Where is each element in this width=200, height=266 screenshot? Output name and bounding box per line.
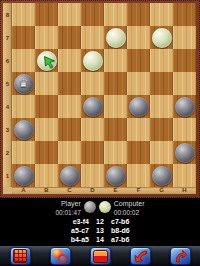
light-man-e7[interactable] — [106, 28, 126, 48]
square-a2[interactable] — [12, 141, 35, 164]
pieces-button[interactable] — [50, 247, 71, 265]
square-e8[interactable] — [104, 3, 127, 26]
square-e6[interactable] — [104, 49, 127, 72]
square-h7[interactable] — [173, 26, 196, 49]
square-h1[interactable] — [173, 164, 196, 187]
light-man-d6[interactable] — [83, 51, 103, 71]
move-player: a5-c7 — [47, 226, 89, 235]
curved-arrow-icon — [172, 248, 188, 264]
square-g3[interactable] — [150, 118, 173, 141]
player-piece-icon — [84, 201, 96, 213]
info-panel: Player 00:01:47 Computer 00:00:02 e3-f4 … — [0, 198, 200, 246]
square-f2[interactable] — [127, 141, 150, 164]
selection-cursor-icon — [43, 55, 57, 69]
square-d8[interactable] — [81, 3, 104, 26]
square-h8[interactable] — [173, 3, 196, 26]
square-h6[interactable] — [173, 49, 196, 72]
square-b4[interactable] — [35, 95, 58, 118]
dark-man-h2[interactable] — [175, 143, 195, 163]
square-a1[interactable] — [12, 164, 35, 187]
board-icon — [93, 250, 108, 263]
dark-king-a5[interactable]: ♛ — [14, 74, 34, 94]
square-c7[interactable] — [58, 26, 81, 49]
rank-label-1: 1 — [3, 164, 12, 187]
move-number: 14 — [89, 235, 111, 244]
file-label-e: E — [104, 187, 127, 194]
square-e2[interactable] — [104, 141, 127, 164]
board: ♛ — [12, 3, 196, 187]
toolbar — [0, 246, 200, 266]
rank-label-6: 6 — [3, 49, 12, 72]
square-b5[interactable] — [35, 72, 58, 95]
file-label-d: D — [81, 187, 104, 194]
grid-icon — [13, 249, 27, 263]
file-label-a: A — [12, 187, 35, 194]
square-b8[interactable] — [35, 3, 58, 26]
square-b3[interactable] — [35, 118, 58, 141]
dark-man-c1[interactable] — [60, 166, 80, 186]
rank-labels: 87654321 — [3, 3, 12, 187]
square-d6[interactable] — [81, 49, 104, 72]
rank-label-7: 7 — [3, 26, 12, 49]
square-f4[interactable] — [127, 95, 150, 118]
square-c3[interactable] — [58, 118, 81, 141]
square-f8[interactable] — [127, 3, 150, 26]
rank-label-4: 4 — [3, 95, 12, 118]
move-row: e3-f4 12 c7-b6 — [47, 217, 153, 226]
square-e3[interactable] — [104, 118, 127, 141]
move-computer: a7-b6 — [111, 235, 153, 244]
square-g6[interactable] — [150, 49, 173, 72]
move-player: e3-f4 — [47, 217, 89, 226]
square-g2[interactable] — [150, 141, 173, 164]
board-button[interactable] — [90, 247, 111, 265]
move-list: e3-f4 12 c7-b6 a5-c7 13 b8-d6 b4-a5 14 a… — [0, 217, 200, 244]
player-block: Player 00:01:47 — [55, 200, 80, 216]
square-g8[interactable] — [150, 3, 173, 26]
square-b7[interactable] — [35, 26, 58, 49]
file-label-b: B — [35, 187, 58, 194]
dark-man-g1[interactable] — [152, 166, 172, 186]
computer-label: Computer — [114, 200, 145, 208]
move-row: b4-a5 14 a7-b6 — [47, 235, 153, 244]
board-frame: 87654321 ABCDEFGH ♛ — [0, 0, 200, 198]
square-d1[interactable] — [81, 164, 104, 187]
dark-man-e1[interactable] — [106, 166, 126, 186]
coordinate-corner — [3, 187, 12, 194]
square-b1[interactable] — [35, 164, 58, 187]
square-a3[interactable] — [12, 118, 35, 141]
move-player: b4-a5 — [47, 235, 89, 244]
square-c8[interactable] — [58, 3, 81, 26]
file-label-g: G — [150, 187, 173, 194]
rank-label-2: 2 — [3, 141, 12, 164]
square-c2[interactable] — [58, 141, 81, 164]
square-d3[interactable] — [81, 118, 104, 141]
move-row: a5-c7 13 b8-d6 — [47, 226, 153, 235]
undo-button[interactable] — [170, 247, 191, 265]
dark-man-a3[interactable] — [14, 120, 34, 140]
square-f6[interactable] — [127, 49, 150, 72]
square-a4[interactable] — [12, 95, 35, 118]
move-number: 13 — [89, 226, 111, 235]
square-g5[interactable] — [150, 72, 173, 95]
computer-block: Computer 00:00:02 — [114, 200, 145, 216]
player-clock: 00:01:47 — [55, 209, 80, 216]
dark-man-f4[interactable] — [129, 97, 149, 117]
rank-label-8: 8 — [3, 3, 12, 26]
square-e4[interactable] — [104, 95, 127, 118]
square-a7[interactable] — [12, 26, 35, 49]
balls-icon — [53, 249, 67, 263]
square-c4[interactable] — [58, 95, 81, 118]
square-b2[interactable] — [35, 141, 58, 164]
dark-man-d4[interactable] — [83, 97, 103, 117]
player-label: Player — [61, 200, 81, 208]
square-h5[interactable] — [173, 72, 196, 95]
move-number: 12 — [89, 217, 111, 226]
square-d4[interactable] — [81, 95, 104, 118]
square-d5[interactable] — [81, 72, 104, 95]
king-crown-icon: ♛ — [14, 74, 34, 94]
hint-button[interactable] — [130, 247, 151, 265]
square-b6[interactable] — [35, 49, 58, 72]
score-row: Player 00:01:47 Computer 00:00:02 — [0, 198, 200, 216]
move-computer: b8-d6 — [111, 226, 153, 235]
dark-man-a1[interactable] — [14, 166, 34, 186]
square-g7[interactable] — [150, 26, 173, 49]
light-man-g7[interactable] — [152, 28, 172, 48]
computer-clock: 00:00:02 — [114, 209, 139, 216]
square-g4[interactable] — [150, 95, 173, 118]
dark-man-h4[interactable] — [175, 97, 195, 117]
file-labels: ABCDEFGH — [12, 187, 196, 194]
file-label-c: C — [58, 187, 81, 194]
move-computer: c7-b6 — [111, 217, 153, 226]
square-d7[interactable] — [81, 26, 104, 49]
square-h3[interactable] — [173, 118, 196, 141]
square-c1[interactable] — [58, 164, 81, 187]
square-f5[interactable] — [127, 72, 150, 95]
square-d2[interactable] — [81, 141, 104, 164]
square-f7[interactable] — [127, 26, 150, 49]
square-c6[interactable] — [58, 49, 81, 72]
square-e7[interactable] — [104, 26, 127, 49]
square-a8[interactable] — [12, 3, 35, 26]
rank-label-5: 5 — [3, 72, 12, 95]
computer-piece-icon — [99, 201, 111, 213]
arrow-icon — [132, 248, 148, 264]
square-c5[interactable] — [58, 72, 81, 95]
square-h2[interactable] — [173, 141, 196, 164]
square-f3[interactable] — [127, 118, 150, 141]
square-a6[interactable] — [12, 49, 35, 72]
rank-label-3: 3 — [3, 118, 12, 141]
menu-button[interactable] — [10, 247, 31, 265]
file-label-h: H — [173, 187, 196, 194]
square-g1[interactable] — [150, 164, 173, 187]
square-h4[interactable] — [173, 95, 196, 118]
square-e5[interactable] — [104, 72, 127, 95]
file-label-f: F — [127, 187, 150, 194]
square-a5[interactable]: ♛ — [12, 72, 35, 95]
square-e1[interactable] — [104, 164, 127, 187]
square-f1[interactable] — [127, 164, 150, 187]
